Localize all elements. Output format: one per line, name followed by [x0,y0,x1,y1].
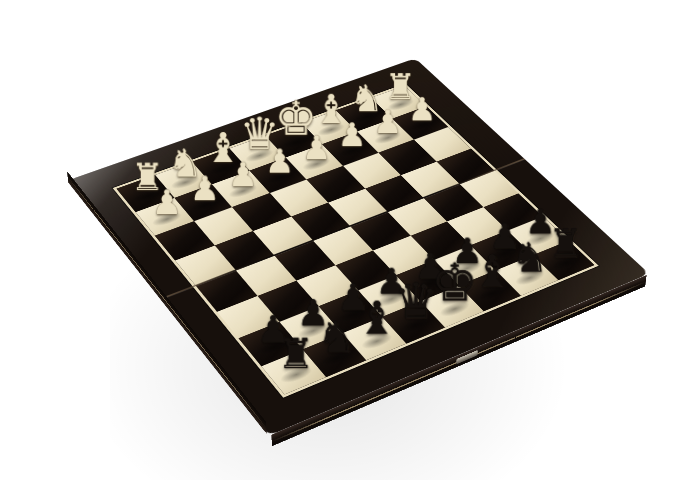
black-rook[interactable]: ♜ [266,334,327,375]
square-d5[interactable] [312,226,372,265]
photo-background: ♜♞♝♛♚♝♞♜♟♟♟♟♟♟♟♟♟♟♟♟♟♟♟♟♜♞♝♛♚♝♞♜ [0,0,700,500]
scene: ♜♞♝♛♚♝♞♜♟♟♟♟♟♟♟♟♟♟♟♟♟♟♟♟♜♞♝♛♚♝♞♜ [0,0,700,500]
chess-box: ♜♞♝♛♚♝♞♜♟♟♟♟♟♟♟♟♟♟♟♟♟♟♟♟♜♞♝♛♚♝♞♜ [67,58,649,436]
board-face: ♜♞♝♛♚♝♞♜♟♟♟♟♟♟♟♟♟♟♟♟♟♟♟♟♜♞♝♛♚♝♞♜ [67,58,649,436]
white-pawn[interactable]: ♟ [139,186,195,220]
chess-board: ♜♞♝♛♚♝♞♜♟♟♟♟♟♟♟♟♟♟♟♟♟♟♟♟♜♞♝♛♚♝♞♜ [117,86,595,395]
